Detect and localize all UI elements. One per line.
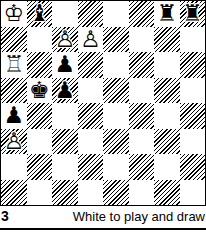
- square-d1: [78, 180, 104, 206]
- square-g8: ♜♜: [154, 1, 180, 27]
- piece-white-pawn: ♟♙: [1, 129, 27, 155]
- square-f3: [129, 129, 155, 155]
- square-d7: ♟♙: [78, 27, 104, 53]
- square-a4: ♟♟: [1, 103, 27, 129]
- square-c5: ♟♟: [52, 78, 78, 104]
- square-e7: [103, 27, 129, 53]
- square-a6: ♜♖: [1, 52, 27, 78]
- square-a8: ♚♔: [1, 1, 27, 27]
- square-f2: [129, 154, 155, 180]
- square-g5: [154, 78, 180, 104]
- caption-bar: 3 White to play and draw: [0, 206, 206, 226]
- square-g6: [154, 52, 180, 78]
- piece-white-king: ♚♔: [1, 1, 27, 27]
- diagram-page: ♚♔♝♝♜♜♜♜♟♙♟♙♜♖♟♟♚♚♟♟♟♟♟♙ 3 White to play…: [0, 0, 206, 232]
- square-a5: [1, 78, 27, 104]
- piece-black-pawn: ♟♟: [52, 78, 78, 104]
- square-e4: [103, 103, 129, 129]
- square-b5: ♚♚: [27, 78, 53, 104]
- square-b6: [27, 52, 53, 78]
- square-c6: ♟♟: [52, 52, 78, 78]
- piece-white-rook: ♜♖: [1, 52, 27, 78]
- square-h6: [180, 52, 206, 78]
- square-d4: [78, 103, 104, 129]
- square-b3: [27, 129, 53, 155]
- piece-black-pawn: ♟♟: [1, 103, 27, 129]
- square-b2: [27, 154, 53, 180]
- square-g2: [154, 154, 180, 180]
- square-f7: [129, 27, 155, 53]
- square-b4: [27, 103, 53, 129]
- piece-white-pawn: ♟♙: [52, 27, 78, 53]
- piece-white-pawn: ♟♙: [78, 27, 104, 53]
- square-d2: [78, 154, 104, 180]
- square-c2: [52, 154, 78, 180]
- piece-black-bishop: ♝♝: [27, 1, 53, 27]
- square-g1: [154, 180, 180, 206]
- square-d3: [78, 129, 104, 155]
- square-d5: [78, 78, 104, 104]
- square-c3: [52, 129, 78, 155]
- square-a3: ♟♙: [1, 129, 27, 155]
- square-e6: [103, 52, 129, 78]
- piece-black-pawn: ♟♟: [52, 52, 78, 78]
- square-g4: [154, 103, 180, 129]
- square-b8: ♝♝: [27, 1, 53, 27]
- square-c7: ♟♙: [52, 27, 78, 53]
- problem-number: 3: [1, 208, 9, 224]
- piece-black-rook: ♜♜: [154, 1, 180, 27]
- square-f8: [129, 1, 155, 27]
- piece-black-rook: ♜♜: [180, 1, 206, 27]
- square-d6: [78, 52, 104, 78]
- square-c1: [52, 180, 78, 206]
- bottom-rule: [0, 228, 206, 230]
- square-h3: [180, 129, 206, 155]
- square-c8: [52, 1, 78, 27]
- square-h2: [180, 154, 206, 180]
- board: ♚♔♝♝♜♜♜♜♟♙♟♙♜♖♟♟♚♚♟♟♟♟♟♙: [0, 0, 206, 206]
- square-h7: [180, 27, 206, 53]
- square-f5: [129, 78, 155, 104]
- square-e2: [103, 154, 129, 180]
- square-b1: [27, 180, 53, 206]
- square-f1: [129, 180, 155, 206]
- square-f4: [129, 103, 155, 129]
- square-a2: [1, 154, 27, 180]
- square-h8: ♜♜: [180, 1, 206, 27]
- square-h4: [180, 103, 206, 129]
- square-h5: [180, 78, 206, 104]
- square-a7: [1, 27, 27, 53]
- square-e5: [103, 78, 129, 104]
- square-a1: [1, 180, 27, 206]
- square-h1: [180, 180, 206, 206]
- square-d8: [78, 1, 104, 27]
- square-g3: [154, 129, 180, 155]
- caption-text: White to play and draw: [73, 209, 205, 224]
- piece-black-king: ♚♚: [27, 78, 53, 104]
- square-e8: [103, 1, 129, 27]
- square-f6: [129, 52, 155, 78]
- square-e3: [103, 129, 129, 155]
- square-g7: [154, 27, 180, 53]
- square-b7: [27, 27, 53, 53]
- square-c4: [52, 103, 78, 129]
- square-e1: [103, 180, 129, 206]
